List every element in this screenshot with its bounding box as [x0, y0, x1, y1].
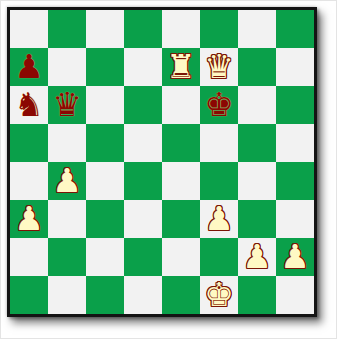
square-d8[interactable] [124, 10, 162, 48]
square-g5[interactable] [238, 124, 276, 162]
square-g6[interactable] [238, 86, 276, 124]
square-e1[interactable] [162, 276, 200, 314]
white-rook-e7: ♜ [166, 48, 196, 86]
square-g2[interactable]: ♟ [238, 238, 276, 276]
square-h3[interactable] [276, 200, 314, 238]
black-king-f6: ♚ [204, 86, 234, 124]
square-c5[interactable] [86, 124, 124, 162]
chess-board: ♟♜♛♞♛♚♟♟♟♟♟♚ [10, 10, 314, 314]
square-h6[interactable] [276, 86, 314, 124]
square-a2[interactable] [10, 238, 48, 276]
square-f6[interactable]: ♚ [200, 86, 238, 124]
square-c1[interactable] [86, 276, 124, 314]
square-d7[interactable] [124, 48, 162, 86]
white-pawn-g2: ♟ [242, 238, 272, 276]
square-h8[interactable] [276, 10, 314, 48]
square-e8[interactable] [162, 10, 200, 48]
square-e7[interactable]: ♜ [162, 48, 200, 86]
square-c3[interactable] [86, 200, 124, 238]
square-e6[interactable] [162, 86, 200, 124]
square-a1[interactable] [10, 276, 48, 314]
square-c4[interactable] [86, 162, 124, 200]
square-a4[interactable] [10, 162, 48, 200]
black-pawn-a7: ♟ [14, 48, 44, 86]
white-pawn-h2: ♟ [280, 238, 310, 276]
square-b3[interactable] [48, 200, 86, 238]
square-c6[interactable] [86, 86, 124, 124]
square-g8[interactable] [238, 10, 276, 48]
square-d1[interactable] [124, 276, 162, 314]
board-card: ♟♜♛♞♛♚♟♟♟♟♟♚ [7, 7, 317, 317]
white-pawn-a3: ♟ [14, 200, 44, 238]
square-d6[interactable] [124, 86, 162, 124]
square-a6[interactable]: ♞ [10, 86, 48, 124]
square-d2[interactable] [124, 238, 162, 276]
white-pawn-f3: ♟ [204, 200, 234, 238]
square-d4[interactable] [124, 162, 162, 200]
square-g1[interactable] [238, 276, 276, 314]
square-h5[interactable] [276, 124, 314, 162]
black-queen-b6: ♛ [52, 86, 82, 124]
square-e3[interactable] [162, 200, 200, 238]
square-a5[interactable] [10, 124, 48, 162]
square-b8[interactable] [48, 10, 86, 48]
square-f7[interactable]: ♛ [200, 48, 238, 86]
square-b5[interactable] [48, 124, 86, 162]
square-f3[interactable]: ♟ [200, 200, 238, 238]
square-h1[interactable] [276, 276, 314, 314]
square-a7[interactable]: ♟ [10, 48, 48, 86]
square-c2[interactable] [86, 238, 124, 276]
square-g7[interactable] [238, 48, 276, 86]
square-g4[interactable] [238, 162, 276, 200]
square-h4[interactable] [276, 162, 314, 200]
square-g3[interactable] [238, 200, 276, 238]
page: ♟♜♛♞♛♚♟♟♟♟♟♚ [0, 0, 337, 339]
square-f2[interactable] [200, 238, 238, 276]
square-h2[interactable]: ♟ [276, 238, 314, 276]
square-b7[interactable] [48, 48, 86, 86]
square-c7[interactable] [86, 48, 124, 86]
square-f4[interactable] [200, 162, 238, 200]
square-e5[interactable] [162, 124, 200, 162]
black-knight-a6: ♞ [14, 86, 44, 124]
square-b1[interactable] [48, 276, 86, 314]
white-pawn-b4: ♟ [52, 162, 82, 200]
square-b6[interactable]: ♛ [48, 86, 86, 124]
square-a8[interactable] [10, 10, 48, 48]
square-h7[interactable] [276, 48, 314, 86]
square-f1[interactable]: ♚ [200, 276, 238, 314]
white-queen-f7: ♛ [204, 48, 234, 86]
square-e4[interactable] [162, 162, 200, 200]
square-b2[interactable] [48, 238, 86, 276]
square-d5[interactable] [124, 124, 162, 162]
square-f8[interactable] [200, 10, 238, 48]
square-d3[interactable] [124, 200, 162, 238]
white-king-f1: ♚ [204, 276, 234, 314]
square-b4[interactable]: ♟ [48, 162, 86, 200]
square-f5[interactable] [200, 124, 238, 162]
square-a3[interactable]: ♟ [10, 200, 48, 238]
square-c8[interactable] [86, 10, 124, 48]
square-e2[interactable] [162, 238, 200, 276]
